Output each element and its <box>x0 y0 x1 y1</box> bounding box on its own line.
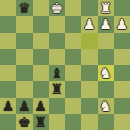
square-b2[interactable]: ♟ <box>16 98 32 114</box>
square-c6[interactable] <box>33 33 49 49</box>
black-pawn-b2[interactable]: ♟ <box>18 99 31 113</box>
square-f2[interactable] <box>81 98 97 114</box>
square-d3[interactable]: ♜ <box>49 81 65 97</box>
square-h2[interactable] <box>114 98 130 114</box>
square-e5[interactable] <box>65 49 81 65</box>
square-e7[interactable] <box>65 16 81 32</box>
square-b4[interactable] <box>16 65 32 81</box>
square-b5[interactable] <box>16 49 32 65</box>
black-bishop-d4[interactable]: ♝ <box>51 66 64 80</box>
square-f5[interactable] <box>81 49 97 65</box>
square-f7[interactable]: ♟ <box>81 16 97 32</box>
square-c5[interactable] <box>33 49 49 65</box>
square-e2[interactable] <box>65 98 81 114</box>
square-g2[interactable]: ♞ <box>98 98 114 114</box>
square-d2[interactable] <box>49 98 65 114</box>
black-pawn-c2[interactable]: ♟ <box>34 99 47 113</box>
square-h5[interactable] <box>114 49 130 65</box>
square-e3[interactable] <box>65 81 81 97</box>
black-queen-b8[interactable]: ♛ <box>18 1 31 15</box>
white-pawn-f7[interactable]: ♟ <box>83 17 96 31</box>
black-rook-c1[interactable]: ♜ <box>34 115 47 129</box>
square-e6[interactable] <box>65 33 81 49</box>
square-e1[interactable] <box>65 114 81 130</box>
square-h4[interactable] <box>114 65 130 81</box>
white-knight-g2[interactable]: ♞ <box>99 99 112 113</box>
square-c7[interactable] <box>33 16 49 32</box>
square-f8[interactable] <box>81 0 97 16</box>
white-pawn-h7[interactable]: ♟ <box>116 17 129 31</box>
square-h6[interactable] <box>114 33 130 49</box>
square-b1[interactable]: ♚ <box>16 114 32 130</box>
chess-board: ♛♚♜♟♟♟♝♞♜♟♟♟♞♚♜ <box>0 0 130 130</box>
white-rook-g8[interactable]: ♜ <box>99 1 112 15</box>
square-b6[interactable] <box>16 33 32 49</box>
square-a7[interactable] <box>0 16 16 32</box>
square-e4[interactable] <box>65 65 81 81</box>
square-b8[interactable]: ♛ <box>16 0 32 16</box>
black-pawn-a2[interactable]: ♟ <box>2 99 15 113</box>
square-c1[interactable]: ♜ <box>33 114 49 130</box>
square-g8[interactable]: ♜ <box>98 0 114 16</box>
square-a2[interactable]: ♟ <box>0 98 16 114</box>
square-h1[interactable] <box>114 114 130 130</box>
square-f3[interactable] <box>81 81 97 97</box>
square-a1[interactable] <box>0 114 16 130</box>
square-c3[interactable] <box>33 81 49 97</box>
square-g6[interactable] <box>98 33 114 49</box>
square-d4[interactable]: ♝ <box>49 65 65 81</box>
white-king-d8[interactable]: ♚ <box>51 1 64 15</box>
square-a3[interactable] <box>0 81 16 97</box>
square-c4[interactable] <box>33 65 49 81</box>
square-b3[interactable] <box>16 81 32 97</box>
white-knight-g4[interactable]: ♞ <box>99 66 112 80</box>
square-b7[interactable] <box>16 16 32 32</box>
square-d1[interactable] <box>49 114 65 130</box>
square-a8[interactable] <box>0 0 16 16</box>
square-g1[interactable] <box>98 114 114 130</box>
square-h7[interactable]: ♟ <box>114 16 130 32</box>
square-c2[interactable]: ♟ <box>33 98 49 114</box>
square-g5[interactable] <box>98 49 114 65</box>
black-king-b1[interactable]: ♚ <box>18 115 31 129</box>
square-d8[interactable]: ♚ <box>49 0 65 16</box>
square-e8[interactable] <box>65 0 81 16</box>
square-d7[interactable] <box>49 16 65 32</box>
square-h8[interactable] <box>114 0 130 16</box>
square-g3[interactable] <box>98 81 114 97</box>
square-f1[interactable] <box>81 114 97 130</box>
square-a5[interactable] <box>0 49 16 65</box>
square-a6[interactable] <box>0 33 16 49</box>
square-f6[interactable] <box>81 33 97 49</box>
square-a4[interactable] <box>0 65 16 81</box>
square-c8[interactable] <box>33 0 49 16</box>
square-h3[interactable] <box>114 81 130 97</box>
square-g4[interactable]: ♞ <box>98 65 114 81</box>
square-g7[interactable]: ♟ <box>98 16 114 32</box>
square-d5[interactable] <box>49 49 65 65</box>
square-d6[interactable] <box>49 33 65 49</box>
black-rook-d3[interactable]: ♜ <box>51 82 64 96</box>
square-f4[interactable] <box>81 65 97 81</box>
white-pawn-g7[interactable]: ♟ <box>99 17 112 31</box>
